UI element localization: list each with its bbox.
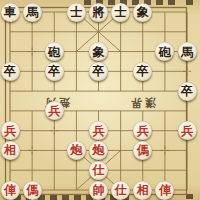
red-elephant[interactable]: 相 (133, 181, 152, 200)
black-soldier[interactable]: 卒 (45, 62, 64, 81)
black-cannon[interactable]: 砲 (45, 42, 64, 61)
red-advisor[interactable]: 仕 (111, 181, 130, 200)
black-horse[interactable]: 馬 (23, 3, 42, 22)
river-text-right: 漢界 (128, 95, 156, 110)
red-soldier[interactable]: 兵 (45, 101, 64, 120)
black-advisor[interactable]: 士 (111, 3, 130, 22)
black-soldier[interactable]: 卒 (133, 62, 152, 81)
xiangqi-board-photo: 楚河 漢界 車馬士將士象砲象砲馬卒卒卒卒卒兵兵兵兵兵相炮炮傌仕俥傌帥仕相俥 (0, 0, 200, 200)
red-chariot[interactable]: 俥 (155, 181, 174, 200)
black-soldier[interactable]: 卒 (1, 62, 20, 81)
red-advisor[interactable]: 仕 (89, 161, 108, 180)
red-soldier[interactable]: 兵 (1, 121, 20, 140)
red-elephant[interactable]: 相 (1, 141, 20, 160)
black-elephant[interactable]: 象 (133, 3, 152, 22)
black-general[interactable]: 將 (89, 3, 108, 22)
red-cannon[interactable]: 炮 (67, 141, 86, 160)
black-elephant[interactable]: 象 (89, 42, 108, 61)
black-soldier[interactable]: 卒 (89, 62, 108, 81)
black-horse[interactable]: 馬 (178, 42, 197, 61)
red-horse[interactable]: 傌 (23, 181, 42, 200)
black-soldier[interactable]: 卒 (178, 82, 197, 101)
red-cannon[interactable]: 炮 (89, 141, 108, 160)
red-chariot[interactable]: 俥 (1, 181, 20, 200)
black-advisor[interactable]: 士 (67, 3, 86, 22)
red-soldier[interactable]: 兵 (178, 121, 197, 140)
red-general[interactable]: 帥 (89, 181, 108, 200)
black-chariot[interactable]: 車 (1, 3, 20, 22)
